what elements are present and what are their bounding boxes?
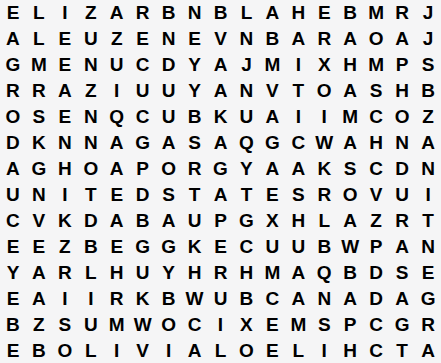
grid-cell-r13c12[interactable]: M <box>285 311 311 337</box>
grid-cell-r5c2[interactable]: S <box>26 104 52 130</box>
grid-cell-r6c3[interactable]: N <box>52 130 78 156</box>
grid-cell-r14c8[interactable]: A <box>182 337 208 363</box>
grid-cell-r7c14[interactable]: S <box>337 156 363 182</box>
grid-cell-r8c11[interactable]: E <box>259 182 285 208</box>
grid-cell-r6c9[interactable]: A <box>208 130 234 156</box>
grid-cell-r3c10[interactable]: J <box>233 52 259 78</box>
grid-cell-r12c4[interactable]: I <box>78 285 104 311</box>
grid-cell-r12c12[interactable]: A <box>285 285 311 311</box>
grid-cell-r11c14[interactable]: B <box>337 259 363 285</box>
grid-cell-r10c13[interactable]: B <box>311 233 337 259</box>
grid-cell-r9c10[interactable]: G <box>233 207 259 233</box>
grid-cell-r7c13[interactable]: K <box>311 156 337 182</box>
grid-cell-r5c3[interactable]: E <box>52 104 78 130</box>
grid-cell-r7c2[interactable]: G <box>26 156 52 182</box>
grid-cell-r5c16[interactable]: O <box>389 104 415 130</box>
grid-cell-r13c7[interactable]: O <box>156 311 182 337</box>
grid-cell-r14c17[interactable]: A <box>415 337 441 363</box>
grid-cell-r13c16[interactable]: G <box>389 311 415 337</box>
grid-cell-r4c15[interactable]: S <box>363 78 389 104</box>
grid-cell-r10c7[interactable]: G <box>156 233 182 259</box>
grid-cell-r10c4[interactable]: B <box>78 233 104 259</box>
grid-cell-r2c2[interactable]: L <box>26 26 52 52</box>
grid-cell-r5c9[interactable]: K <box>208 104 234 130</box>
grid-cell-r12c14[interactable]: A <box>337 285 363 311</box>
grid-cell-r2c16[interactable]: A <box>389 26 415 52</box>
grid-cell-r10c12[interactable]: U <box>285 233 311 259</box>
grid-cell-r6c2[interactable]: K <box>26 130 52 156</box>
grid-cell-r12c1[interactable]: E <box>0 285 26 311</box>
grid-cell-r14c2[interactable]: B <box>26 337 52 363</box>
grid-cell-r11c9[interactable]: R <box>208 259 234 285</box>
grid-cell-r13c4[interactable]: U <box>78 311 104 337</box>
grid-cell-r7c4[interactable]: O <box>78 156 104 182</box>
grid-cell-r8c2[interactable]: N <box>26 182 52 208</box>
grid-cell-r1c7[interactable]: B <box>156 0 182 26</box>
grid-cell-r9c8[interactable]: U <box>182 207 208 233</box>
grid-cell-r8c15[interactable]: V <box>363 182 389 208</box>
grid-cell-r6c13[interactable]: W <box>311 130 337 156</box>
grid-cell-r2c13[interactable]: R <box>311 26 337 52</box>
grid-cell-r11c2[interactable]: A <box>26 259 52 285</box>
grid-cell-r10c2[interactable]: E <box>26 233 52 259</box>
grid-cell-r5c4[interactable]: N <box>78 104 104 130</box>
grid-cell-r8c9[interactable]: A <box>208 182 234 208</box>
grid-cell-r13c1[interactable]: B <box>0 311 26 337</box>
grid-cell-r3c3[interactable]: E <box>52 52 78 78</box>
grid-cell-r10c1[interactable]: E <box>0 233 26 259</box>
grid-cell-r9c13[interactable]: L <box>311 207 337 233</box>
grid-cell-r3c5[interactable]: U <box>104 52 130 78</box>
grid-cell-r10c14[interactable]: W <box>337 233 363 259</box>
grid-cell-r4c14[interactable]: A <box>337 78 363 104</box>
grid-cell-r7c8[interactable]: R <box>182 156 208 182</box>
grid-cell-r5c10[interactable]: U <box>233 104 259 130</box>
grid-cell-r2c8[interactable]: E <box>182 26 208 52</box>
grid-cell-r14c16[interactable]: T <box>389 337 415 363</box>
grid-cell-r6c10[interactable]: Q <box>233 130 259 156</box>
grid-cell-r9c14[interactable]: A <box>337 207 363 233</box>
grid-cell-r11c3[interactable]: R <box>52 259 78 285</box>
grid-cell-r9c5[interactable]: A <box>104 207 130 233</box>
grid-cell-r12c8[interactable]: W <box>182 285 208 311</box>
grid-cell-r13c14[interactable]: P <box>337 311 363 337</box>
grid-cell-r5c15[interactable]: C <box>363 104 389 130</box>
grid-cell-r1c1[interactable]: E <box>0 0 26 26</box>
grid-cell-r7c12[interactable]: A <box>285 156 311 182</box>
grid-cell-r8c4[interactable]: T <box>78 182 104 208</box>
grid-cell-r3c8[interactable]: Y <box>182 52 208 78</box>
grid-cell-r12c13[interactable]: N <box>311 285 337 311</box>
grid-cell-r9c11[interactable]: X <box>259 207 285 233</box>
grid-cell-r14c9[interactable]: L <box>208 337 234 363</box>
grid-cell-r2c11[interactable]: B <box>259 26 285 52</box>
grid-cell-r8c16[interactable]: U <box>389 182 415 208</box>
grid-cell-r3c14[interactable]: H <box>337 52 363 78</box>
grid-cell-r2c3[interactable]: E <box>52 26 78 52</box>
grid-cell-r12c17[interactable]: G <box>415 285 441 311</box>
grid-cell-r4c3[interactable]: A <box>52 78 78 104</box>
grid-cell-r10c10[interactable]: C <box>233 233 259 259</box>
grid-cell-r2c9[interactable]: V <box>208 26 234 52</box>
grid-cell-r3c7[interactable]: D <box>156 52 182 78</box>
grid-cell-r5c7[interactable]: U <box>156 104 182 130</box>
grid-cell-r9c7[interactable]: A <box>156 207 182 233</box>
grid-cell-r13c10[interactable]: X <box>233 311 259 337</box>
grid-cell-r5c12[interactable]: I <box>285 104 311 130</box>
grid-cell-r3c15[interactable]: M <box>363 52 389 78</box>
grid-cell-r10c6[interactable]: G <box>130 233 156 259</box>
grid-cell-r11c17[interactable]: E <box>415 259 441 285</box>
grid-cell-r13c17[interactable]: R <box>415 311 441 337</box>
grid-cell-r9c4[interactable]: D <box>78 207 104 233</box>
grid-cell-r13c9[interactable]: I <box>208 311 234 337</box>
grid-cell-r6c8[interactable]: S <box>182 130 208 156</box>
grid-cell-r3c12[interactable]: I <box>285 52 311 78</box>
grid-cell-r5c11[interactable]: A <box>259 104 285 130</box>
grid-cell-r4c16[interactable]: H <box>389 78 415 104</box>
grid-cell-r8c6[interactable]: D <box>130 182 156 208</box>
grid-cell-r4c1[interactable]: R <box>0 78 26 104</box>
grid-cell-r7c17[interactable]: N <box>415 156 441 182</box>
grid-cell-r3c1[interactable]: G <box>0 52 26 78</box>
grid-cell-r2c14[interactable]: A <box>337 26 363 52</box>
grid-cell-r7c11[interactable]: A <box>259 156 285 182</box>
grid-cell-r9c17[interactable]: T <box>415 207 441 233</box>
grid-cell-r1c2[interactable]: L <box>26 0 52 26</box>
grid-cell-r2c4[interactable]: U <box>78 26 104 52</box>
grid-cell-r9c16[interactable]: R <box>389 207 415 233</box>
grid-cell-r11c15[interactable]: D <box>363 259 389 285</box>
grid-cell-r2c15[interactable]: O <box>363 26 389 52</box>
grid-cell-r1c6[interactable]: R <box>130 0 156 26</box>
grid-cell-r1c4[interactable]: Z <box>78 0 104 26</box>
grid-cell-r14c14[interactable]: H <box>337 337 363 363</box>
grid-cell-r8c13[interactable]: R <box>311 182 337 208</box>
grid-cell-r6c11[interactable]: G <box>259 130 285 156</box>
grid-cell-r4c6[interactable]: U <box>130 78 156 104</box>
grid-cell-r13c5[interactable]: M <box>104 311 130 337</box>
grid-cell-r3c9[interactable]: A <box>208 52 234 78</box>
grid-cell-r14c15[interactable]: C <box>363 337 389 363</box>
grid-cell-r1c3[interactable]: I <box>52 0 78 26</box>
grid-cell-r7c16[interactable]: D <box>389 156 415 182</box>
grid-cell-r2c5[interactable]: Z <box>104 26 130 52</box>
grid-cell-r1c16[interactable]: R <box>389 0 415 26</box>
grid-cell-r9c1[interactable]: C <box>0 207 26 233</box>
grid-cell-r7c7[interactable]: O <box>156 156 182 182</box>
grid-cell-r14c5[interactable]: I <box>104 337 130 363</box>
grid-cell-r12c2[interactable]: A <box>26 285 52 311</box>
grid-cell-r2c17[interactable]: J <box>415 26 441 52</box>
grid-cell-r4c4[interactable]: Z <box>78 78 104 104</box>
grid-cell-r11c16[interactable]: S <box>389 259 415 285</box>
grid-cell-r3c4[interactable]: N <box>78 52 104 78</box>
grid-cell-r12c10[interactable]: B <box>233 285 259 311</box>
grid-cell-r8c8[interactable]: T <box>182 182 208 208</box>
grid-cell-r13c3[interactable]: S <box>52 311 78 337</box>
grid-cell-r12c11[interactable]: C <box>259 285 285 311</box>
grid-cell-r2c10[interactable]: N <box>233 26 259 52</box>
grid-cell-r3c11[interactable]: M <box>259 52 285 78</box>
grid-cell-r13c13[interactable]: S <box>311 311 337 337</box>
grid-cell-r3c16[interactable]: P <box>389 52 415 78</box>
grid-cell-r11c7[interactable]: Y <box>156 259 182 285</box>
grid-cell-r11c4[interactable]: L <box>78 259 104 285</box>
grid-cell-r14c11[interactable]: E <box>259 337 285 363</box>
grid-cell-r11c10[interactable]: H <box>233 259 259 285</box>
grid-cell-r1c12[interactable]: H <box>285 0 311 26</box>
grid-cell-r14c10[interactable]: O <box>233 337 259 363</box>
grid-cell-r11c11[interactable]: M <box>259 259 285 285</box>
grid-cell-r1c9[interactable]: B <box>208 0 234 26</box>
grid-cell-r14c4[interactable]: L <box>78 337 104 363</box>
grid-cell-r7c9[interactable]: G <box>208 156 234 182</box>
grid-cell-r8c10[interactable]: T <box>233 182 259 208</box>
grid-cell-r12c3[interactable]: I <box>52 285 78 311</box>
grid-cell-r7c3[interactable]: H <box>52 156 78 182</box>
grid-cell-r13c2[interactable]: Z <box>26 311 52 337</box>
grid-cell-r3c2[interactable]: M <box>26 52 52 78</box>
grid-cell-r1c10[interactable]: L <box>233 0 259 26</box>
grid-cell-r10c5[interactable]: E <box>104 233 130 259</box>
grid-cell-r9c3[interactable]: K <box>52 207 78 233</box>
grid-cell-r5c1[interactable]: O <box>0 104 26 130</box>
grid-cell-r1c11[interactable]: A <box>259 0 285 26</box>
grid-cell-r7c6[interactable]: P <box>130 156 156 182</box>
grid-cell-r9c2[interactable]: V <box>26 207 52 233</box>
grid-cell-r6c4[interactable]: N <box>78 130 104 156</box>
grid-cell-r4c12[interactable]: T <box>285 78 311 104</box>
grid-cell-r5c8[interactable]: B <box>182 104 208 130</box>
grid-cell-r5c13[interactable]: I <box>311 104 337 130</box>
grid-cell-r8c7[interactable]: S <box>156 182 182 208</box>
grid-cell-r8c3[interactable]: I <box>52 182 78 208</box>
grid-cell-r2c12[interactable]: A <box>285 26 311 52</box>
grid-cell-r9c6[interactable]: B <box>130 207 156 233</box>
grid-cell-r14c3[interactable]: O <box>52 337 78 363</box>
grid-cell-r6c6[interactable]: G <box>130 130 156 156</box>
grid-cell-r7c1[interactable]: A <box>0 156 26 182</box>
grid-cell-r6c1[interactable]: D <box>0 130 26 156</box>
grid-cell-r5c5[interactable]: Q <box>104 104 130 130</box>
grid-cell-r7c15[interactable]: C <box>363 156 389 182</box>
grid-cell-r4c17[interactable]: B <box>415 78 441 104</box>
grid-cell-r14c13[interactable]: I <box>311 337 337 363</box>
grid-cell-r3c17[interactable]: S <box>415 52 441 78</box>
grid-cell-r10c17[interactable]: N <box>415 233 441 259</box>
grid-cell-r6c5[interactable]: A <box>104 130 130 156</box>
grid-cell-r1c14[interactable]: B <box>337 0 363 26</box>
grid-cell-r4c9[interactable]: A <box>208 78 234 104</box>
grid-cell-r5c6[interactable]: C <box>130 104 156 130</box>
grid-cell-r5c17[interactable]: Z <box>415 104 441 130</box>
grid-cell-r9c9[interactable]: P <box>208 207 234 233</box>
grid-cell-r4c8[interactable]: Y <box>182 78 208 104</box>
grid-cell-r9c15[interactable]: Z <box>363 207 389 233</box>
grid-cell-r8c14[interactable]: O <box>337 182 363 208</box>
grid-cell-r13c11[interactable]: E <box>259 311 285 337</box>
grid-cell-r12c6[interactable]: K <box>130 285 156 311</box>
grid-cell-r4c11[interactable]: V <box>259 78 285 104</box>
grid-cell-r6c14[interactable]: A <box>337 130 363 156</box>
grid-cell-r13c15[interactable]: C <box>363 311 389 337</box>
grid-cell-r10c16[interactable]: A <box>389 233 415 259</box>
grid-cell-r4c7[interactable]: U <box>156 78 182 104</box>
grid-cell-r1c8[interactable]: N <box>182 0 208 26</box>
grid-cell-r1c5[interactable]: A <box>104 0 130 26</box>
grid-cell-r3c13[interactable]: X <box>311 52 337 78</box>
grid-cell-r12c7[interactable]: B <box>156 285 182 311</box>
grid-cell-r11c6[interactable]: U <box>130 259 156 285</box>
grid-cell-r7c10[interactable]: Y <box>233 156 259 182</box>
grid-cell-r12c9[interactable]: U <box>208 285 234 311</box>
grid-cell-r6c17[interactable]: A <box>415 130 441 156</box>
grid-cell-r10c3[interactable]: Z <box>52 233 78 259</box>
grid-cell-r12c16[interactable]: A <box>389 285 415 311</box>
grid-cell-r14c1[interactable]: E <box>0 337 26 363</box>
grid-cell-r11c8[interactable]: H <box>182 259 208 285</box>
grid-cell-r10c9[interactable]: E <box>208 233 234 259</box>
grid-cell-r3c6[interactable]: C <box>130 52 156 78</box>
grid-cell-r7c5[interactable]: A <box>104 156 130 182</box>
grid-cell-r4c2[interactable]: R <box>26 78 52 104</box>
grid-cell-r1c13[interactable]: E <box>311 0 337 26</box>
grid-cell-r10c11[interactable]: U <box>259 233 285 259</box>
grid-cell-r8c17[interactable]: I <box>415 182 441 208</box>
grid-cell-r2c1[interactable]: A <box>0 26 26 52</box>
grid-cell-r8c5[interactable]: E <box>104 182 130 208</box>
grid-cell-r12c5[interactable]: R <box>104 285 130 311</box>
grid-cell-r6c7[interactable]: A <box>156 130 182 156</box>
grid-cell-r11c1[interactable]: Y <box>0 259 26 285</box>
grid-cell-r9c12[interactable]: H <box>285 207 311 233</box>
grid-cell-r4c5[interactable]: I <box>104 78 130 104</box>
grid-cell-r11c12[interactable]: A <box>285 259 311 285</box>
grid-cell-r2c6[interactable]: E <box>130 26 156 52</box>
grid-cell-r1c15[interactable]: M <box>363 0 389 26</box>
grid-cell-r4c13[interactable]: O <box>311 78 337 104</box>
grid-cell-r11c13[interactable]: Q <box>311 259 337 285</box>
grid-cell-r2c7[interactable]: N <box>156 26 182 52</box>
grid-cell-r14c7[interactable]: I <box>156 337 182 363</box>
grid-cell-r8c12[interactable]: S <box>285 182 311 208</box>
grid-cell-r6c16[interactable]: N <box>389 130 415 156</box>
grid-cell-r14c12[interactable]: L <box>285 337 311 363</box>
word-search-grid: ELIZARBNBLAHEBMRJALEUZENEVNBARAOAJGMENUC… <box>0 0 441 363</box>
grid-cell-r1c17[interactable]: J <box>415 0 441 26</box>
grid-cell-r10c8[interactable]: K <box>182 233 208 259</box>
grid-cell-r13c6[interactable]: W <box>130 311 156 337</box>
grid-cell-r10c15[interactable]: P <box>363 233 389 259</box>
grid-cell-r4c10[interactable]: N <box>233 78 259 104</box>
grid-cell-r13c8[interactable]: C <box>182 311 208 337</box>
grid-cell-r6c12[interactable]: C <box>285 130 311 156</box>
grid-cell-r6c15[interactable]: H <box>363 130 389 156</box>
grid-cell-r8c1[interactable]: U <box>0 182 26 208</box>
grid-cell-r5c14[interactable]: M <box>337 104 363 130</box>
grid-cell-r14c6[interactable]: V <box>130 337 156 363</box>
grid-cell-r11c5[interactable]: H <box>104 259 130 285</box>
grid-cell-r12c15[interactable]: D <box>363 285 389 311</box>
